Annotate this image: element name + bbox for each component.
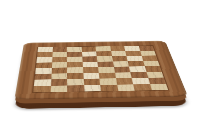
square-e1[interactable] xyxy=(100,84,118,91)
square-d2[interactable] xyxy=(83,79,100,85)
square-b1[interactable] xyxy=(50,85,67,92)
square-a3[interactable] xyxy=(35,73,52,79)
square-b4[interactable] xyxy=(51,67,67,73)
square-d4[interactable] xyxy=(83,67,99,73)
square-e2[interactable] xyxy=(99,78,116,84)
square-c1[interactable] xyxy=(67,85,84,92)
square-h4[interactable] xyxy=(144,66,161,72)
square-c2[interactable] xyxy=(67,79,84,85)
square-a5[interactable] xyxy=(36,62,52,68)
square-c3[interactable] xyxy=(67,73,83,79)
square-c4[interactable] xyxy=(67,67,83,73)
square-h1[interactable] xyxy=(150,84,169,91)
square-a2[interactable] xyxy=(34,79,51,85)
square-g3[interactable] xyxy=(130,72,147,78)
square-g1[interactable] xyxy=(133,84,151,91)
square-e3[interactable] xyxy=(99,72,116,78)
square-b2[interactable] xyxy=(51,79,68,85)
square-e4[interactable] xyxy=(98,67,114,73)
square-b3[interactable] xyxy=(51,73,67,79)
square-d1[interactable] xyxy=(84,85,101,92)
square-f1[interactable] xyxy=(117,84,135,91)
product-photo xyxy=(0,0,200,133)
square-f3[interactable] xyxy=(114,72,131,78)
chess-board xyxy=(14,41,188,100)
board-squares xyxy=(33,46,168,93)
square-f4[interactable] xyxy=(113,67,130,73)
board-frame xyxy=(14,41,188,100)
square-f2[interactable] xyxy=(116,78,134,84)
square-h3[interactable] xyxy=(146,72,164,78)
square-a4[interactable] xyxy=(35,68,51,74)
square-g4[interactable] xyxy=(129,66,146,72)
square-a1[interactable] xyxy=(33,86,50,93)
square-h2[interactable] xyxy=(148,78,166,84)
square-d3[interactable] xyxy=(83,73,100,79)
square-g2[interactable] xyxy=(132,78,150,84)
